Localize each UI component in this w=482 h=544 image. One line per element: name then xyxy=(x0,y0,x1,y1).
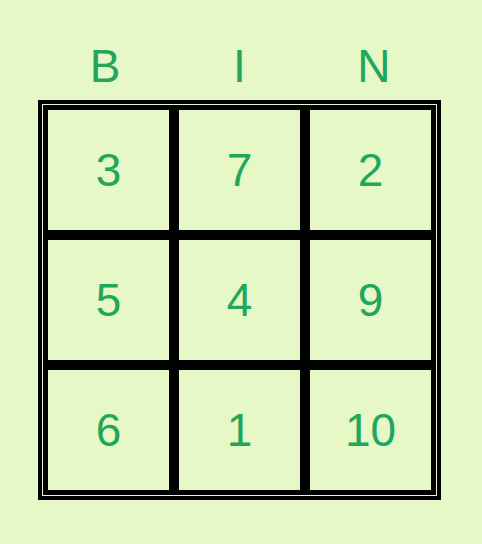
bingo-card: B I N 3 7 2 5 4 9 6 1 10 xyxy=(38,0,441,500)
cell-r2c1[interactable]: 5 xyxy=(43,235,174,365)
cell-r2c3[interactable]: 9 xyxy=(305,235,436,365)
bingo-grid: 3 7 2 5 4 9 6 1 10 xyxy=(38,100,441,500)
bingo-header: B I N xyxy=(38,44,441,88)
cell-r1c3[interactable]: 2 xyxy=(305,105,436,235)
cell-r3c3[interactable]: 10 xyxy=(305,365,436,495)
cell-r3c2[interactable]: 1 xyxy=(174,365,305,495)
cell-r1c1[interactable]: 3 xyxy=(43,105,174,235)
header-letter-n: N xyxy=(307,44,441,88)
cell-r2c2[interactable]: 4 xyxy=(174,235,305,365)
header-letter-i: I xyxy=(172,44,306,88)
cell-r3c1[interactable]: 6 xyxy=(43,365,174,495)
header-letter-b: B xyxy=(38,44,172,88)
cell-r1c2[interactable]: 7 xyxy=(174,105,305,235)
